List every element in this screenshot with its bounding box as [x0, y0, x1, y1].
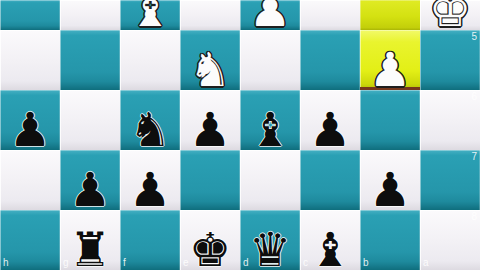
square-c4[interactable] — [300, 0, 360, 30]
square-a4[interactable]: ♚ — [420, 0, 480, 30]
square-a6[interactable]: 6 — [420, 90, 480, 150]
square-d5[interactable] — [240, 30, 300, 90]
black-queen-piece[interactable]: ♛ — [240, 226, 300, 270]
square-e7[interactable] — [180, 150, 240, 210]
white-pawn-piece[interactable]: ♟ — [240, 0, 300, 30]
square-f7[interactable]: ♟ — [120, 150, 180, 210]
square-g8[interactable]: ♜g — [60, 210, 120, 270]
square-h6[interactable]: ♟ — [0, 90, 60, 150]
black-bishop-piece[interactable]: ♝ — [300, 226, 360, 270]
square-g7[interactable]: ♟ — [60, 150, 120, 210]
black-pawn-piece[interactable]: ♟ — [300, 106, 360, 150]
square-f4[interactable]: ♝ — [120, 0, 180, 30]
white-king-piece[interactable]: ♚ — [420, 0, 480, 30]
file-label-g: g — [63, 257, 69, 268]
square-a7[interactable]: 7 — [420, 150, 480, 210]
file-label-c: c — [303, 257, 308, 268]
black-pawn-piece[interactable]: ♟ — [0, 106, 60, 150]
square-c7[interactable] — [300, 150, 360, 210]
square-d4[interactable]: ♟ — [240, 0, 300, 30]
white-knight-piece[interactable]: ♞ — [180, 46, 240, 90]
square-h4[interactable] — [0, 0, 60, 30]
square-b4[interactable] — [360, 0, 420, 30]
rank-label-8: 8 — [471, 211, 477, 222]
file-label-h: h — [3, 257, 9, 268]
square-e6[interactable]: ♟ — [180, 90, 240, 150]
rank-label-6: 6 — [471, 91, 477, 102]
file-label-b: b — [363, 257, 369, 268]
square-a8[interactable]: a8 — [420, 210, 480, 270]
square-e4[interactable] — [180, 0, 240, 30]
square-e8[interactable]: ♚e — [180, 210, 240, 270]
square-g4[interactable] — [60, 0, 120, 30]
square-h8[interactable]: h — [0, 210, 60, 270]
square-b8[interactable]: b — [360, 210, 420, 270]
black-pawn-piece[interactable]: ♟ — [60, 166, 120, 210]
square-f5[interactable] — [120, 30, 180, 90]
square-d7[interactable] — [240, 150, 300, 210]
square-f6[interactable]: ♞ — [120, 90, 180, 150]
rank-label-7: 7 — [471, 151, 477, 162]
square-f8[interactable]: f — [120, 210, 180, 270]
white-pawn-piece[interactable]: ♟ — [360, 46, 420, 90]
file-label-e: e — [183, 257, 189, 268]
square-g6[interactable] — [60, 90, 120, 150]
rank-label-5: 5 — [471, 31, 477, 42]
square-c6[interactable]: ♟ — [300, 90, 360, 150]
square-g5[interactable] — [60, 30, 120, 90]
square-b5[interactable]: ♟ — [360, 30, 420, 90]
square-d6[interactable]: ♝ — [240, 90, 300, 150]
chess-board: ♝♟♚♞♟5♟♞♟♝♟6♟♟♟7h♜gf♚e♛d♝cba8 — [0, 0, 480, 270]
white-bishop-piece[interactable]: ♝ — [120, 0, 180, 30]
square-h5[interactable] — [0, 30, 60, 90]
black-bishop-piece[interactable]: ♝ — [240, 106, 300, 150]
square-h7[interactable] — [0, 150, 60, 210]
square-c5[interactable] — [300, 30, 360, 90]
file-label-f: f — [123, 257, 126, 268]
square-c8[interactable]: ♝c — [300, 210, 360, 270]
square-a5[interactable]: 5 — [420, 30, 480, 90]
black-knight-piece[interactable]: ♞ — [120, 106, 180, 150]
black-pawn-piece[interactable]: ♟ — [360, 166, 420, 210]
black-pawn-piece[interactable]: ♟ — [180, 106, 240, 150]
square-b7[interactable]: ♟ — [360, 150, 420, 210]
black-pawn-piece[interactable]: ♟ — [120, 166, 180, 210]
square-b6[interactable] — [360, 90, 420, 150]
square-e5[interactable]: ♞ — [180, 30, 240, 90]
black-rook-piece[interactable]: ♜ — [60, 226, 120, 270]
square-d8[interactable]: ♛d — [240, 210, 300, 270]
file-label-a: a — [423, 257, 429, 268]
file-label-d: d — [243, 257, 249, 268]
black-king-piece[interactable]: ♚ — [180, 226, 240, 270]
